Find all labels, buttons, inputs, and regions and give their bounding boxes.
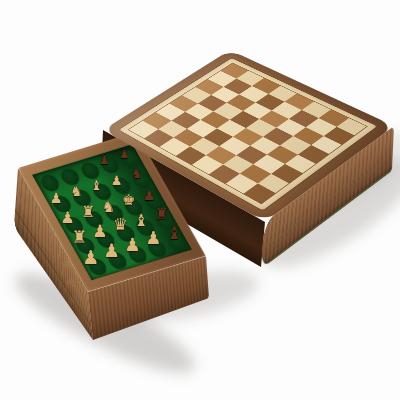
light-rook-piece: ♜ <box>71 229 87 246</box>
dark-pawn-piece: ♟ <box>143 187 156 201</box>
light-pawn-piece: ♟ <box>145 230 161 248</box>
light-pawn-piece: ♟ <box>103 242 120 261</box>
light-pawn-piece: ♟ <box>61 210 75 226</box>
light-pawn-piece: ♟ <box>50 190 63 204</box>
light-pawn-piece: ♟ <box>82 248 99 267</box>
chess-set-photo: ♟♟♟♟♜♟♛♝♟♜♞♚♟♞♝♟♟♞♟♜♝♟ <box>0 0 400 400</box>
light-knight-piece: ♞ <box>102 198 115 213</box>
light-rook-piece: ♜ <box>81 204 95 219</box>
dark-rook-piece: ♜ <box>155 206 169 222</box>
dark-bishop-piece: ♝ <box>166 225 182 242</box>
light-pawn-piece: ♟ <box>111 174 123 187</box>
light-bishop-piece: ♝ <box>134 212 149 228</box>
light-bishop-piece: ♝ <box>90 179 102 192</box>
light-king-piece: ♚ <box>122 193 135 208</box>
light-pawn-piece: ♟ <box>92 223 107 240</box>
dark-pawn-piece: ♟ <box>99 155 109 166</box>
light-pawn-piece: ♟ <box>124 236 140 254</box>
light-queen-piece: ♛ <box>113 217 128 234</box>
light-knight-piece: ♞ <box>70 185 82 199</box>
dark-pawn-piece: ♟ <box>119 149 129 160</box>
dark-knight-piece: ♞ <box>131 168 142 181</box>
